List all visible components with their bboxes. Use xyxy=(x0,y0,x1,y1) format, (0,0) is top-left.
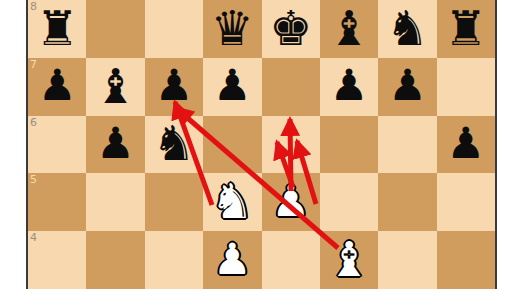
piece-black-pawn-d7[interactable]: ♟ xyxy=(213,64,252,107)
rank-label-7: 7 xyxy=(30,58,37,71)
piece-black-king-e8[interactable]: ♚ xyxy=(269,4,312,52)
square-a8[interactable]: 8♜ xyxy=(28,0,86,58)
piece-black-pawn-a7[interactable]: ♟ xyxy=(38,64,77,107)
square-f7[interactable]: ♟ xyxy=(320,58,378,116)
piece-black-bishop-b7[interactable]: ♝ xyxy=(94,62,137,110)
square-d8[interactable]: ♛ xyxy=(203,0,261,58)
piece-black-bishop-f8[interactable]: ♝ xyxy=(328,4,371,52)
square-g6[interactable] xyxy=(378,116,436,174)
piece-black-rook-a8[interactable]: ♜ xyxy=(36,4,79,52)
square-b7[interactable]: ♝ xyxy=(86,58,144,116)
square-c5[interactable] xyxy=(145,173,203,231)
square-h5[interactable] xyxy=(437,173,495,231)
square-h4[interactable] xyxy=(437,231,495,289)
piece-white-pawn-d4[interactable]: ♟ xyxy=(213,238,252,281)
square-g8[interactable]: ♞ xyxy=(378,0,436,58)
square-c6[interactable]: ♞ xyxy=(145,116,203,174)
square-c4[interactable] xyxy=(145,231,203,289)
square-f8[interactable]: ♝ xyxy=(320,0,378,58)
piece-black-rook-h8[interactable]: ♜ xyxy=(444,4,487,52)
piece-black-pawn-h6[interactable]: ♟ xyxy=(447,122,486,165)
square-f6[interactable] xyxy=(320,116,378,174)
square-c8[interactable] xyxy=(145,0,203,58)
square-d6[interactable] xyxy=(203,116,261,174)
rank-label-5: 5 xyxy=(30,173,37,186)
square-f4[interactable]: ♝ xyxy=(320,231,378,289)
square-b5[interactable] xyxy=(86,173,144,231)
square-b8[interactable] xyxy=(86,0,144,58)
square-g7[interactable]: ♟ xyxy=(378,58,436,116)
chess-board: 8♜♛♚♝♞♜7♟♝♟♟♟♟6♟♞♟5♞♟4♟♝ xyxy=(26,0,497,289)
square-h7[interactable] xyxy=(437,58,495,116)
square-e7[interactable] xyxy=(262,58,320,116)
square-d4[interactable]: ♟ xyxy=(203,231,261,289)
rank-label-6: 6 xyxy=(30,116,37,129)
square-e8[interactable]: ♚ xyxy=(262,0,320,58)
square-d5[interactable]: ♞ xyxy=(203,173,261,231)
square-b6[interactable]: ♟ xyxy=(86,116,144,174)
chess-diagram-page: 8♜♛♚♝♞♜7♟♝♟♟♟♟6♟♞♟5♞♟4♟♝ xyxy=(0,0,516,289)
rank-label-4: 4 xyxy=(30,231,37,244)
square-h6[interactable]: ♟ xyxy=(437,116,495,174)
piece-black-pawn-c7[interactable]: ♟ xyxy=(155,64,194,107)
square-a4[interactable]: 4 xyxy=(28,231,86,289)
piece-black-pawn-g7[interactable]: ♟ xyxy=(388,64,427,107)
square-a5[interactable]: 5 xyxy=(28,173,86,231)
piece-black-pawn-b6[interactable]: ♟ xyxy=(96,122,135,165)
piece-white-pawn-e5[interactable]: ♟ xyxy=(271,180,310,223)
square-c7[interactable]: ♟ xyxy=(145,58,203,116)
square-g4[interactable] xyxy=(378,231,436,289)
piece-black-queen-d8[interactable]: ♛ xyxy=(211,4,254,52)
square-g5[interactable] xyxy=(378,173,436,231)
square-a6[interactable]: 6 xyxy=(28,116,86,174)
piece-white-knight-d5[interactable]: ♞ xyxy=(211,177,254,225)
square-d7[interactable]: ♟ xyxy=(203,58,261,116)
square-h8[interactable]: ♜ xyxy=(437,0,495,58)
square-e6[interactable] xyxy=(262,116,320,174)
piece-black-knight-g8[interactable]: ♞ xyxy=(386,4,429,52)
square-b4[interactable] xyxy=(86,231,144,289)
piece-black-knight-c6[interactable]: ♞ xyxy=(152,119,195,167)
square-f5[interactable] xyxy=(320,173,378,231)
square-e5[interactable]: ♟ xyxy=(262,173,320,231)
square-a7[interactable]: 7♟ xyxy=(28,58,86,116)
piece-white-bishop-f4[interactable]: ♝ xyxy=(328,235,371,283)
square-e4[interactable] xyxy=(262,231,320,289)
piece-black-pawn-f7[interactable]: ♟ xyxy=(330,64,369,107)
